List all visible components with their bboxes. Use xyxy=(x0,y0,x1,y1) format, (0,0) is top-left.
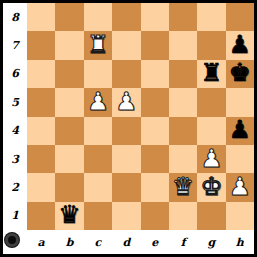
square-a3[interactable] xyxy=(27,145,55,173)
square-e4[interactable] xyxy=(141,117,169,145)
square-d8[interactable] xyxy=(112,3,140,31)
square-a4[interactable] xyxy=(27,117,55,145)
square-c8[interactable] xyxy=(84,3,112,31)
square-h7[interactable]: ♟ xyxy=(226,31,254,59)
square-c2[interactable] xyxy=(84,173,112,201)
square-b4[interactable] xyxy=(55,117,83,145)
square-g3[interactable]: ♟ xyxy=(197,145,225,173)
square-b8[interactable] xyxy=(55,3,83,31)
piece-black-pawn-h4[interactable]: ♟ xyxy=(229,117,251,142)
square-d1[interactable] xyxy=(112,202,140,230)
square-a1[interactable] xyxy=(27,202,55,230)
square-c6[interactable] xyxy=(84,60,112,88)
square-c4[interactable] xyxy=(84,117,112,145)
square-b5[interactable] xyxy=(55,88,83,116)
square-h5[interactable] xyxy=(226,88,254,116)
square-e1[interactable] xyxy=(141,202,169,230)
piece-white-king-g2[interactable]: ♚ xyxy=(200,174,222,199)
piece-black-pawn-h7[interactable]: ♟ xyxy=(229,32,251,57)
piece-black-queen-b1[interactable]: ♛ xyxy=(58,202,80,227)
rank-label-5: 5 xyxy=(3,88,27,116)
rank-label-1: 1 xyxy=(3,202,27,230)
file-label-e: e xyxy=(141,230,169,254)
square-g2[interactable]: ♚ xyxy=(197,173,225,201)
square-c5[interactable]: ♟ xyxy=(84,88,112,116)
square-h3[interactable] xyxy=(226,145,254,173)
square-d7[interactable] xyxy=(112,31,140,59)
piece-black-king-h6[interactable]: ♚ xyxy=(229,60,251,85)
rank-label-4: 4 xyxy=(3,117,27,145)
square-b2[interactable] xyxy=(55,173,83,201)
square-e8[interactable] xyxy=(141,3,169,31)
square-h4[interactable]: ♟ xyxy=(226,117,254,145)
square-b3[interactable] xyxy=(55,145,83,173)
square-g1[interactable] xyxy=(197,202,225,230)
square-h2[interactable]: ♟ xyxy=(226,173,254,201)
piece-white-rook-c7[interactable]: ♜ xyxy=(87,32,109,57)
rank-label-6: 6 xyxy=(3,60,27,88)
file-label-b: b xyxy=(55,230,83,254)
file-label-d: d xyxy=(112,230,140,254)
square-g6[interactable]: ♜ xyxy=(197,60,225,88)
square-a6[interactable] xyxy=(27,60,55,88)
file-label-h: h xyxy=(226,230,254,254)
square-e3[interactable] xyxy=(141,145,169,173)
square-c3[interactable] xyxy=(84,145,112,173)
file-label-g: g xyxy=(197,230,225,254)
piece-white-queen-f2[interactable]: ♛ xyxy=(172,174,194,199)
square-a2[interactable] xyxy=(27,173,55,201)
square-g7[interactable] xyxy=(197,31,225,59)
square-f6[interactable] xyxy=(169,60,197,88)
square-f1[interactable] xyxy=(169,202,197,230)
square-g4[interactable] xyxy=(197,117,225,145)
square-b6[interactable] xyxy=(55,60,83,88)
square-e2[interactable] xyxy=(141,173,169,201)
rank-label-3: 3 xyxy=(3,145,27,173)
piece-white-pawn-g3[interactable]: ♟ xyxy=(200,146,222,171)
square-f5[interactable] xyxy=(169,88,197,116)
chess-board: ♜♟♜♚♟♟♟♟♛♚♟♛ xyxy=(27,3,254,230)
piece-white-pawn-d5[interactable]: ♟ xyxy=(115,89,137,114)
square-d5[interactable]: ♟ xyxy=(112,88,140,116)
black-to-move-indicator xyxy=(5,233,19,247)
piece-white-pawn-h2[interactable]: ♟ xyxy=(229,174,251,199)
rank-label-2: 2 xyxy=(3,173,27,201)
square-f8[interactable] xyxy=(169,3,197,31)
file-label-c: c xyxy=(84,230,112,254)
square-a8[interactable] xyxy=(27,3,55,31)
square-a5[interactable] xyxy=(27,88,55,116)
file-labels: abcdefgh xyxy=(27,230,254,254)
chess-diagram: 87654321 abcdefgh ♜♟♜♚♟♟♟♟♛♚♟♛ xyxy=(0,0,257,257)
rank-label-8: 8 xyxy=(3,3,27,31)
piece-white-pawn-c5[interactable]: ♟ xyxy=(87,89,109,114)
square-h6[interactable]: ♚ xyxy=(226,60,254,88)
square-h8[interactable] xyxy=(226,3,254,31)
square-f4[interactable] xyxy=(169,117,197,145)
square-d2[interactable] xyxy=(112,173,140,201)
file-label-f: f xyxy=(169,230,197,254)
piece-black-rook-g6[interactable]: ♜ xyxy=(200,60,222,85)
rank-label-7: 7 xyxy=(3,31,27,59)
square-c7[interactable]: ♜ xyxy=(84,31,112,59)
rank-labels: 87654321 xyxy=(3,3,27,230)
square-e6[interactable] xyxy=(141,60,169,88)
square-e7[interactable] xyxy=(141,31,169,59)
square-a7[interactable] xyxy=(27,31,55,59)
square-d4[interactable] xyxy=(112,117,140,145)
square-f2[interactable]: ♛ xyxy=(169,173,197,201)
square-e5[interactable] xyxy=(141,88,169,116)
square-f3[interactable] xyxy=(169,145,197,173)
square-f7[interactable] xyxy=(169,31,197,59)
square-d3[interactable] xyxy=(112,145,140,173)
square-b1[interactable]: ♛ xyxy=(55,202,83,230)
square-g5[interactable] xyxy=(197,88,225,116)
square-c1[interactable] xyxy=(84,202,112,230)
file-label-a: a xyxy=(27,230,55,254)
square-b7[interactable] xyxy=(55,31,83,59)
square-d6[interactable] xyxy=(112,60,140,88)
square-g8[interactable] xyxy=(197,3,225,31)
square-h1[interactable] xyxy=(226,202,254,230)
